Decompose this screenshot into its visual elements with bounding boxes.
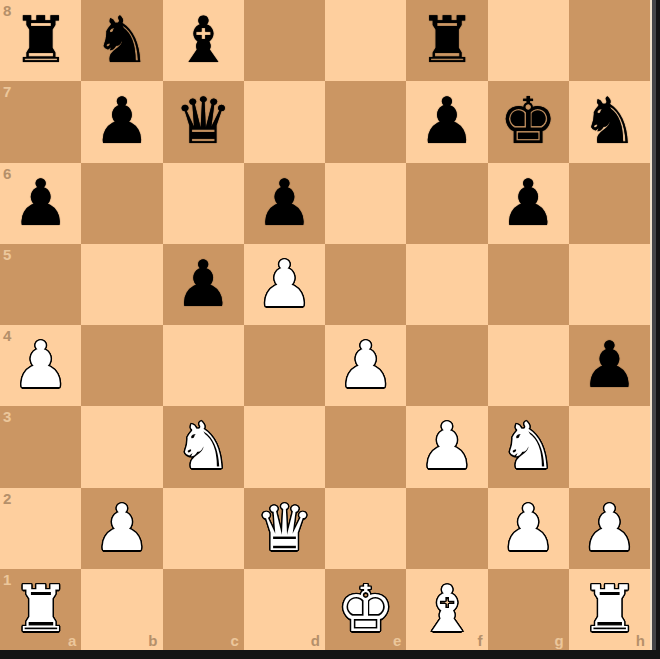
file-label-f: f bbox=[478, 633, 483, 648]
square-a3[interactable]: 3 bbox=[0, 406, 81, 487]
square-a2[interactable]: 2 bbox=[0, 488, 81, 569]
square-h8[interactable] bbox=[569, 0, 650, 81]
square-e2[interactable] bbox=[325, 488, 406, 569]
square-f5[interactable] bbox=[406, 244, 487, 325]
square-d7[interactable] bbox=[244, 81, 325, 162]
white-pawn[interactable]: ♟ bbox=[256, 244, 313, 325]
white-pawn[interactable]: ♟ bbox=[499, 488, 556, 569]
square-h7[interactable]: ♞ bbox=[569, 81, 650, 162]
square-e1[interactable]: e♚ bbox=[325, 569, 406, 650]
window-bottom-edge bbox=[0, 650, 660, 659]
white-pawn[interactable]: ♟ bbox=[12, 325, 69, 406]
black-pawn[interactable]: ♟ bbox=[93, 81, 150, 162]
file-label-d: d bbox=[311, 633, 320, 648]
square-f7[interactable]: ♟ bbox=[406, 81, 487, 162]
square-f2[interactable] bbox=[406, 488, 487, 569]
white-pawn[interactable]: ♟ bbox=[93, 488, 150, 569]
square-f4[interactable] bbox=[406, 325, 487, 406]
square-d8[interactable] bbox=[244, 0, 325, 81]
chess-app-window: 8♜♞♝♜7♟♛♟♚♞6♟♟♟5♟♟4♟♟♟3♞♟♞2♟♛♟♟1a♜bcde♚f… bbox=[0, 0, 660, 659]
rank-label-5: 5 bbox=[3, 247, 11, 262]
square-g5[interactable] bbox=[488, 244, 569, 325]
black-queen[interactable]: ♛ bbox=[174, 81, 231, 162]
black-pawn[interactable]: ♟ bbox=[499, 163, 556, 244]
square-h5[interactable] bbox=[569, 244, 650, 325]
square-b7[interactable]: ♟ bbox=[81, 81, 162, 162]
square-g4[interactable] bbox=[488, 325, 569, 406]
square-a8[interactable]: 8♜ bbox=[0, 0, 81, 81]
square-e7[interactable] bbox=[325, 81, 406, 162]
white-knight[interactable]: ♞ bbox=[499, 406, 556, 487]
black-king[interactable]: ♚ bbox=[499, 81, 556, 162]
white-queen[interactable]: ♛ bbox=[256, 488, 313, 569]
square-c6[interactable] bbox=[163, 163, 244, 244]
white-pawn[interactable]: ♟ bbox=[418, 406, 475, 487]
square-c2[interactable] bbox=[163, 488, 244, 569]
square-b6[interactable] bbox=[81, 163, 162, 244]
white-bishop[interactable]: ♝ bbox=[418, 569, 475, 650]
black-pawn[interactable]: ♟ bbox=[12, 163, 69, 244]
black-knight[interactable]: ♞ bbox=[93, 0, 150, 81]
file-label-e: e bbox=[393, 633, 401, 648]
file-label-g: g bbox=[555, 633, 564, 648]
square-h6[interactable] bbox=[569, 163, 650, 244]
square-f1[interactable]: f♝ bbox=[406, 569, 487, 650]
rank-label-4: 4 bbox=[3, 328, 11, 343]
square-a6[interactable]: 6♟ bbox=[0, 163, 81, 244]
square-e4[interactable]: ♟ bbox=[325, 325, 406, 406]
square-a4[interactable]: 4♟ bbox=[0, 325, 81, 406]
chess-board: 8♜♞♝♜7♟♛♟♚♞6♟♟♟5♟♟4♟♟♟3♞♟♞2♟♛♟♟1a♜bcde♚f… bbox=[0, 0, 650, 650]
window-right-edge bbox=[650, 0, 660, 650]
black-rook[interactable]: ♜ bbox=[12, 0, 69, 81]
square-b4[interactable] bbox=[81, 325, 162, 406]
square-c3[interactable]: ♞ bbox=[163, 406, 244, 487]
square-b2[interactable]: ♟ bbox=[81, 488, 162, 569]
square-b8[interactable]: ♞ bbox=[81, 0, 162, 81]
square-g7[interactable]: ♚ bbox=[488, 81, 569, 162]
white-rook[interactable]: ♜ bbox=[12, 569, 69, 650]
square-a5[interactable]: 5 bbox=[0, 244, 81, 325]
square-g6[interactable]: ♟ bbox=[488, 163, 569, 244]
square-h2[interactable]: ♟ bbox=[569, 488, 650, 569]
square-b5[interactable] bbox=[81, 244, 162, 325]
square-e8[interactable] bbox=[325, 0, 406, 81]
square-c4[interactable] bbox=[163, 325, 244, 406]
black-pawn[interactable]: ♟ bbox=[581, 325, 638, 406]
square-b3[interactable] bbox=[81, 406, 162, 487]
rank-label-3: 3 bbox=[3, 409, 11, 424]
square-c5[interactable]: ♟ bbox=[163, 244, 244, 325]
square-h1[interactable]: h♜ bbox=[569, 569, 650, 650]
square-h4[interactable]: ♟ bbox=[569, 325, 650, 406]
white-rook[interactable]: ♜ bbox=[581, 569, 638, 650]
rank-label-1: 1 bbox=[3, 572, 11, 587]
square-d5[interactable]: ♟ bbox=[244, 244, 325, 325]
square-d3[interactable] bbox=[244, 406, 325, 487]
file-label-b: b bbox=[148, 633, 157, 648]
square-c1[interactable]: c bbox=[163, 569, 244, 650]
square-d1[interactable]: d bbox=[244, 569, 325, 650]
white-king[interactable]: ♚ bbox=[337, 569, 394, 650]
square-g2[interactable]: ♟ bbox=[488, 488, 569, 569]
square-h3[interactable] bbox=[569, 406, 650, 487]
rank-label-8: 8 bbox=[3, 3, 11, 18]
square-a1[interactable]: 1a♜ bbox=[0, 569, 81, 650]
rank-label-6: 6 bbox=[3, 166, 11, 181]
square-b1[interactable]: b bbox=[81, 569, 162, 650]
rank-label-7: 7 bbox=[3, 84, 11, 99]
black-rook[interactable]: ♜ bbox=[418, 0, 475, 81]
file-label-c: c bbox=[230, 633, 238, 648]
square-d6[interactable]: ♟ bbox=[244, 163, 325, 244]
square-g3[interactable]: ♞ bbox=[488, 406, 569, 487]
square-e5[interactable] bbox=[325, 244, 406, 325]
file-label-a: a bbox=[68, 633, 76, 648]
rank-label-2: 2 bbox=[3, 491, 11, 506]
square-a7[interactable]: 7 bbox=[0, 81, 81, 162]
square-e6[interactable] bbox=[325, 163, 406, 244]
square-g1[interactable]: g bbox=[488, 569, 569, 650]
white-pawn[interactable]: ♟ bbox=[337, 325, 394, 406]
file-label-h: h bbox=[636, 633, 645, 648]
square-f6[interactable] bbox=[406, 163, 487, 244]
square-e3[interactable] bbox=[325, 406, 406, 487]
square-g8[interactable] bbox=[488, 0, 569, 81]
square-d4[interactable] bbox=[244, 325, 325, 406]
black-pawn[interactable]: ♟ bbox=[418, 81, 475, 162]
square-f8[interactable]: ♜ bbox=[406, 0, 487, 81]
black-bishop[interactable]: ♝ bbox=[174, 0, 231, 81]
square-d2[interactable]: ♛ bbox=[244, 488, 325, 569]
square-c8[interactable]: ♝ bbox=[163, 0, 244, 81]
white-pawn[interactable]: ♟ bbox=[581, 488, 638, 569]
black-knight[interactable]: ♞ bbox=[581, 81, 638, 162]
square-c7[interactable]: ♛ bbox=[163, 81, 244, 162]
square-f3[interactable]: ♟ bbox=[406, 406, 487, 487]
white-knight[interactable]: ♞ bbox=[174, 406, 231, 487]
black-pawn[interactable]: ♟ bbox=[174, 244, 231, 325]
black-pawn[interactable]: ♟ bbox=[256, 163, 313, 244]
